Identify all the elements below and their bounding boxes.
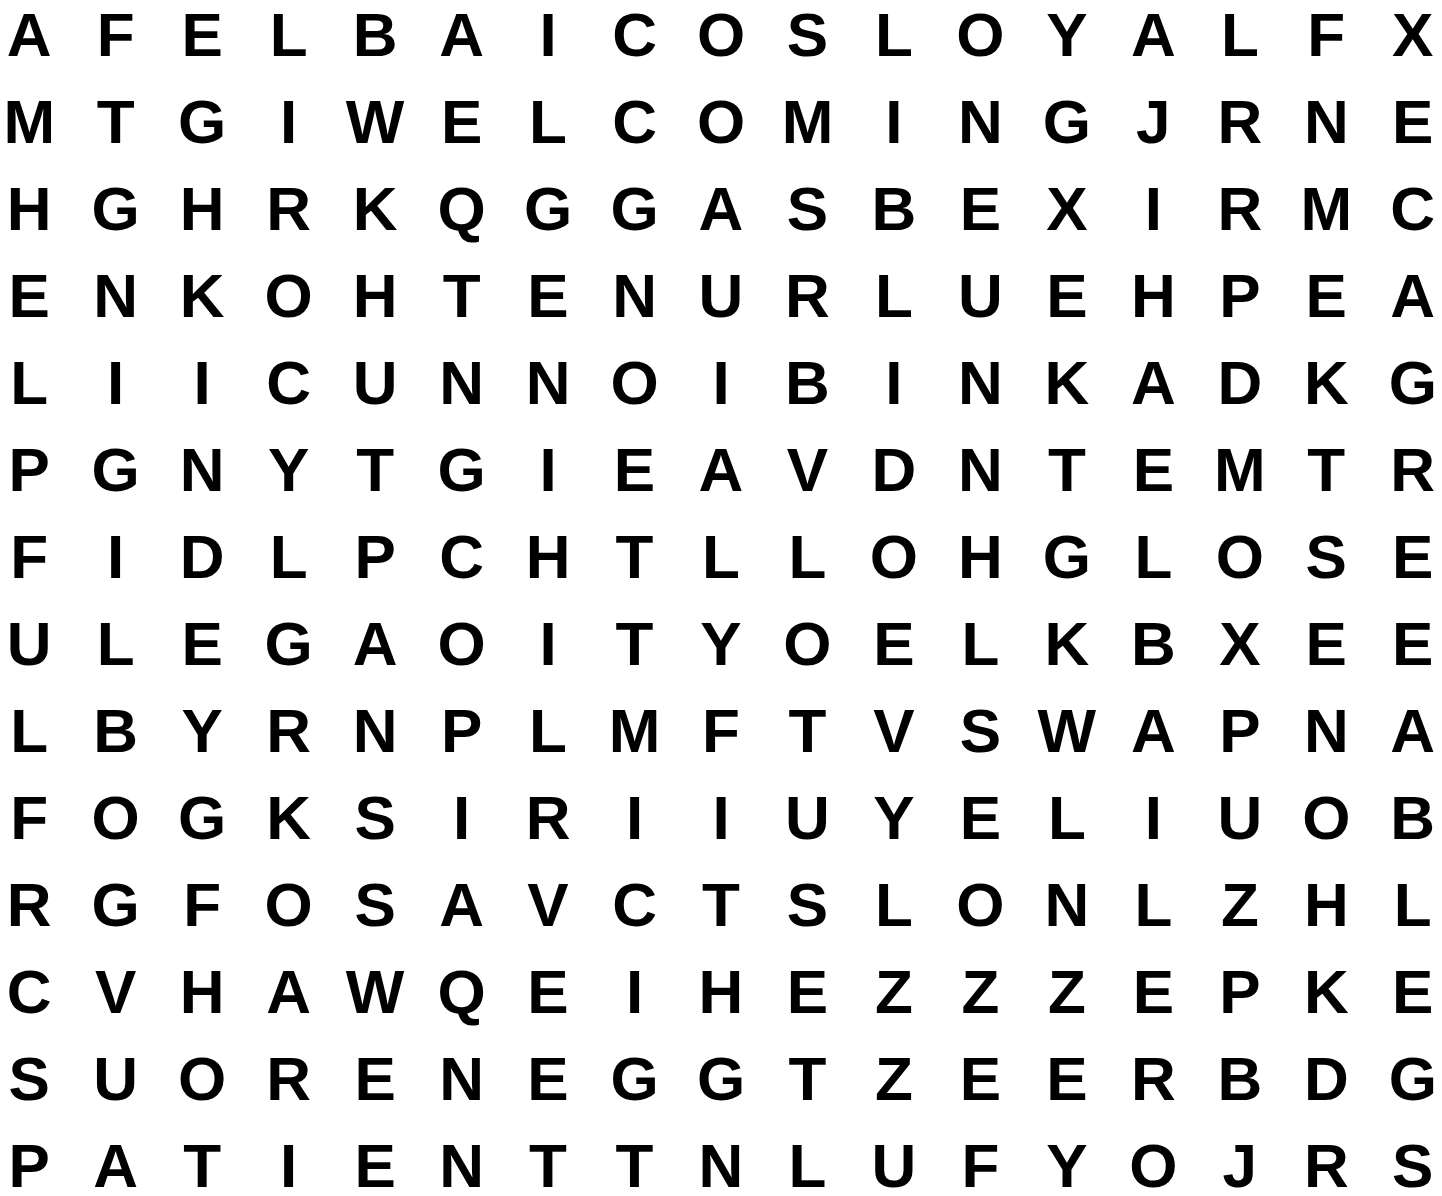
grid-cell-r5c6[interactable]: N bbox=[418, 339, 504, 426]
grid-cell-r1c1[interactable]: A bbox=[0, 0, 72, 78]
grid-cell-r14c15[interactable]: J bbox=[1197, 1122, 1283, 1196]
grid-cell-r7c5[interactable]: P bbox=[332, 513, 418, 600]
grid-cell-r1c16[interactable]: F bbox=[1283, 0, 1369, 78]
grid-cell-r6c4[interactable]: Y bbox=[245, 426, 331, 513]
grid-cell-r6c17[interactable]: R bbox=[1370, 426, 1442, 513]
grid-cell-r12c15[interactable]: P bbox=[1197, 948, 1283, 1035]
grid-cell-r9c17[interactable]: A bbox=[1370, 687, 1442, 774]
grid-cell-r9c14[interactable]: A bbox=[1110, 687, 1196, 774]
grid-cell-r4c7[interactable]: E bbox=[505, 252, 591, 339]
grid-cell-r6c8[interactable]: E bbox=[591, 426, 677, 513]
grid-cell-r2c12[interactable]: N bbox=[937, 78, 1023, 165]
grid-cell-r4c14[interactable]: H bbox=[1110, 252, 1196, 339]
grid-cell-r7c10[interactable]: L bbox=[764, 513, 850, 600]
grid-cell-r5c4[interactable]: C bbox=[245, 339, 331, 426]
grid-cell-r9c10[interactable]: T bbox=[764, 687, 850, 774]
grid-cell-r5c2[interactable]: I bbox=[72, 339, 158, 426]
grid-cell-r11c1[interactable]: R bbox=[0, 861, 72, 948]
grid-cell-r14c14[interactable]: O bbox=[1110, 1122, 1196, 1196]
grid-cell-r5c5[interactable]: U bbox=[332, 339, 418, 426]
grid-cell-r7c13[interactable]: G bbox=[1024, 513, 1110, 600]
grid-cell-r10c17[interactable]: B bbox=[1370, 774, 1442, 861]
grid-cell-r5c10[interactable]: B bbox=[764, 339, 850, 426]
grid-cell-r10c3[interactable]: G bbox=[159, 774, 245, 861]
grid-cell-r14c4[interactable]: I bbox=[245, 1122, 331, 1196]
grid-cell-r6c11[interactable]: D bbox=[851, 426, 937, 513]
grid-cell-r3c2[interactable]: G bbox=[72, 165, 158, 252]
grid-cell-r9c15[interactable]: P bbox=[1197, 687, 1283, 774]
grid-cell-r8c17[interactable]: E bbox=[1370, 600, 1442, 687]
grid-cell-r11c4[interactable]: O bbox=[245, 861, 331, 948]
grid-cell-r6c3[interactable]: N bbox=[159, 426, 245, 513]
grid-cell-r11c8[interactable]: C bbox=[591, 861, 677, 948]
grid-cell-r13c17[interactable]: G bbox=[1370, 1035, 1442, 1122]
grid-cell-r8c2[interactable]: L bbox=[72, 600, 158, 687]
grid-cell-r9c13[interactable]: W bbox=[1024, 687, 1110, 774]
grid-cell-r13c13[interactable]: E bbox=[1024, 1035, 1110, 1122]
grid-cell-r13c12[interactable]: E bbox=[937, 1035, 1023, 1122]
grid-cell-r4c1[interactable]: E bbox=[0, 252, 72, 339]
grid-cell-r3c14[interactable]: I bbox=[1110, 165, 1196, 252]
grid-cell-r2c3[interactable]: G bbox=[159, 78, 245, 165]
grid-cell-r3c6[interactable]: Q bbox=[418, 165, 504, 252]
grid-cell-r10c15[interactable]: U bbox=[1197, 774, 1283, 861]
grid-cell-r14c2[interactable]: A bbox=[72, 1122, 158, 1196]
grid-cell-r6c16[interactable]: T bbox=[1283, 426, 1369, 513]
grid-cell-r11c5[interactable]: S bbox=[332, 861, 418, 948]
grid-cell-r1c4[interactable]: L bbox=[245, 0, 331, 78]
grid-cell-r2c4[interactable]: I bbox=[245, 78, 331, 165]
grid-cell-r3c15[interactable]: R bbox=[1197, 165, 1283, 252]
grid-cell-r1c5[interactable]: B bbox=[332, 0, 418, 78]
grid-cell-r10c1[interactable]: F bbox=[0, 774, 72, 861]
grid-cell-r9c11[interactable]: V bbox=[851, 687, 937, 774]
grid-cell-r4c5[interactable]: H bbox=[332, 252, 418, 339]
grid-cell-r4c16[interactable]: E bbox=[1283, 252, 1369, 339]
grid-cell-r11c6[interactable]: A bbox=[418, 861, 504, 948]
grid-cell-r6c5[interactable]: T bbox=[332, 426, 418, 513]
grid-cell-r14c1[interactable]: P bbox=[0, 1122, 72, 1196]
grid-cell-r7c7[interactable]: H bbox=[505, 513, 591, 600]
grid-cell-r6c7[interactable]: I bbox=[505, 426, 591, 513]
grid-cell-r2c14[interactable]: J bbox=[1110, 78, 1196, 165]
grid-cell-r9c3[interactable]: Y bbox=[159, 687, 245, 774]
grid-cell-r8c13[interactable]: K bbox=[1024, 600, 1110, 687]
grid-cell-r9c4[interactable]: R bbox=[245, 687, 331, 774]
grid-cell-r1c13[interactable]: Y bbox=[1024, 0, 1110, 78]
grid-cell-r5c11[interactable]: I bbox=[851, 339, 937, 426]
grid-cell-r1c2[interactable]: F bbox=[72, 0, 158, 78]
grid-cell-r7c4[interactable]: L bbox=[245, 513, 331, 600]
grid-cell-r5c12[interactable]: N bbox=[937, 339, 1023, 426]
grid-cell-r8c3[interactable]: E bbox=[159, 600, 245, 687]
grid-cell-r13c8[interactable]: G bbox=[591, 1035, 677, 1122]
grid-cell-r4c8[interactable]: N bbox=[591, 252, 677, 339]
grid-cell-r1c10[interactable]: S bbox=[764, 0, 850, 78]
grid-cell-r12c17[interactable]: E bbox=[1370, 948, 1442, 1035]
grid-cell-r8c7[interactable]: I bbox=[505, 600, 591, 687]
grid-cell-r14c10[interactable]: L bbox=[764, 1122, 850, 1196]
grid-cell-r14c9[interactable]: N bbox=[678, 1122, 764, 1196]
grid-cell-r8c8[interactable]: T bbox=[591, 600, 677, 687]
grid-cell-r8c11[interactable]: E bbox=[851, 600, 937, 687]
grid-cell-r14c5[interactable]: E bbox=[332, 1122, 418, 1196]
grid-cell-r1c9[interactable]: O bbox=[678, 0, 764, 78]
grid-cell-r14c13[interactable]: Y bbox=[1024, 1122, 1110, 1196]
grid-cell-r10c6[interactable]: I bbox=[418, 774, 504, 861]
grid-cell-r8c12[interactable]: L bbox=[937, 600, 1023, 687]
grid-cell-r5c7[interactable]: N bbox=[505, 339, 591, 426]
grid-cell-r13c4[interactable]: R bbox=[245, 1035, 331, 1122]
grid-cell-r2c16[interactable]: N bbox=[1283, 78, 1369, 165]
grid-cell-r7c16[interactable]: S bbox=[1283, 513, 1369, 600]
grid-cell-r10c13[interactable]: L bbox=[1024, 774, 1110, 861]
grid-cell-r11c3[interactable]: F bbox=[159, 861, 245, 948]
grid-cell-r9c7[interactable]: L bbox=[505, 687, 591, 774]
grid-cell-r3c17[interactable]: C bbox=[1370, 165, 1442, 252]
grid-cell-r12c9[interactable]: H bbox=[678, 948, 764, 1035]
grid-cell-r13c6[interactable]: N bbox=[418, 1035, 504, 1122]
grid-cell-r7c1[interactable]: F bbox=[0, 513, 72, 600]
grid-cell-r8c16[interactable]: E bbox=[1283, 600, 1369, 687]
grid-cell-r8c4[interactable]: G bbox=[245, 600, 331, 687]
grid-cell-r13c3[interactable]: O bbox=[159, 1035, 245, 1122]
grid-cell-r10c9[interactable]: I bbox=[678, 774, 764, 861]
grid-cell-r2c15[interactable]: R bbox=[1197, 78, 1283, 165]
grid-cell-r11c11[interactable]: L bbox=[851, 861, 937, 948]
grid-cell-r9c1[interactable]: L bbox=[0, 687, 72, 774]
grid-cell-r7c17[interactable]: E bbox=[1370, 513, 1442, 600]
grid-cell-r5c8[interactable]: O bbox=[591, 339, 677, 426]
grid-cell-r8c6[interactable]: O bbox=[418, 600, 504, 687]
grid-cell-r14c7[interactable]: T bbox=[505, 1122, 591, 1196]
word-search-board: AFELBAICOSLOYALFXMTGIWELCOMINGJRNEHGHRKQ… bbox=[0, 0, 1442, 1196]
grid-cell-r13c10[interactable]: T bbox=[764, 1035, 850, 1122]
grid-cell-r11c9[interactable]: T bbox=[678, 861, 764, 948]
grid-cell-r9c9[interactable]: F bbox=[678, 687, 764, 774]
grid-cell-r4c9[interactable]: U bbox=[678, 252, 764, 339]
grid-cell-r3c8[interactable]: G bbox=[591, 165, 677, 252]
grid-cell-r14c12[interactable]: F bbox=[937, 1122, 1023, 1196]
grid-cell-r9c16[interactable]: N bbox=[1283, 687, 1369, 774]
grid-cell-r6c2[interactable]: G bbox=[72, 426, 158, 513]
grid-cell-r3c7[interactable]: G bbox=[505, 165, 591, 252]
grid-cell-r12c2[interactable]: V bbox=[72, 948, 158, 1035]
grid-cell-r14c3[interactable]: T bbox=[159, 1122, 245, 1196]
grid-cell-r10c5[interactable]: S bbox=[332, 774, 418, 861]
grid-cell-r13c9[interactable]: G bbox=[678, 1035, 764, 1122]
grid-cell-r3c13[interactable]: X bbox=[1024, 165, 1110, 252]
grid-cell-r12c3[interactable]: H bbox=[159, 948, 245, 1035]
grid-cell-r5c13[interactable]: K bbox=[1024, 339, 1110, 426]
grid-cell-r2c10[interactable]: M bbox=[764, 78, 850, 165]
grid-cell-r7c11[interactable]: O bbox=[851, 513, 937, 600]
grid-cell-r5c16[interactable]: K bbox=[1283, 339, 1369, 426]
grid-cell-r4c6[interactable]: T bbox=[418, 252, 504, 339]
grid-cell-r10c10[interactable]: U bbox=[764, 774, 850, 861]
grid-cell-r11c12[interactable]: O bbox=[937, 861, 1023, 948]
grid-cell-r12c6[interactable]: Q bbox=[418, 948, 504, 1035]
grid-cell-r5c9[interactable]: I bbox=[678, 339, 764, 426]
grid-cell-r8c5[interactable]: A bbox=[332, 600, 418, 687]
grid-cell-r2c17[interactable]: E bbox=[1370, 78, 1442, 165]
grid-cell-r7c14[interactable]: L bbox=[1110, 513, 1196, 600]
grid-cell-r3c9[interactable]: A bbox=[678, 165, 764, 252]
grid-cell-r4c12[interactable]: U bbox=[937, 252, 1023, 339]
grid-cell-r10c14[interactable]: I bbox=[1110, 774, 1196, 861]
grid-cell-r14c8[interactable]: T bbox=[591, 1122, 677, 1196]
grid-cell-r2c2[interactable]: T bbox=[72, 78, 158, 165]
grid-cell-r9c6[interactable]: P bbox=[418, 687, 504, 774]
grid-cell-r7c2[interactable]: I bbox=[72, 513, 158, 600]
grid-cell-r7c3[interactable]: D bbox=[159, 513, 245, 600]
grid-cell-r3c5[interactable]: K bbox=[332, 165, 418, 252]
grid-cell-r1c14[interactable]: A bbox=[1110, 0, 1196, 78]
grid-cell-r7c12[interactable]: H bbox=[937, 513, 1023, 600]
grid-cell-r14c16[interactable]: R bbox=[1283, 1122, 1369, 1196]
grid-cell-r12c7[interactable]: E bbox=[505, 948, 591, 1035]
grid-cell-r9c2[interactable]: B bbox=[72, 687, 158, 774]
grid-cell-r3c4[interactable]: R bbox=[245, 165, 331, 252]
grid-cell-r10c7[interactable]: R bbox=[505, 774, 591, 861]
grid-cell-r12c8[interactable]: I bbox=[591, 948, 677, 1035]
grid-cell-r1c12[interactable]: O bbox=[937, 0, 1023, 78]
grid-cell-r8c9[interactable]: Y bbox=[678, 600, 764, 687]
grid-cell-r8c15[interactable]: X bbox=[1197, 600, 1283, 687]
grid-cell-r1c17[interactable]: X bbox=[1370, 0, 1442, 78]
grid-cell-r2c8[interactable]: C bbox=[591, 78, 677, 165]
grid-cell-r6c6[interactable]: G bbox=[418, 426, 504, 513]
grid-cell-r3c10[interactable]: S bbox=[764, 165, 850, 252]
grid-cell-r10c16[interactable]: O bbox=[1283, 774, 1369, 861]
grid-cell-r9c12[interactable]: S bbox=[937, 687, 1023, 774]
grid-cell-r13c5[interactable]: E bbox=[332, 1035, 418, 1122]
grid-cell-r13c15[interactable]: B bbox=[1197, 1035, 1283, 1122]
grid-cell-r2c13[interactable]: G bbox=[1024, 78, 1110, 165]
grid-cell-r2c5[interactable]: W bbox=[332, 78, 418, 165]
grid-cell-r13c7[interactable]: E bbox=[505, 1035, 591, 1122]
grid-cell-r6c9[interactable]: A bbox=[678, 426, 764, 513]
grid-cell-r7c6[interactable]: C bbox=[418, 513, 504, 600]
grid-cell-r3c1[interactable]: H bbox=[0, 165, 72, 252]
grid-cell-r7c8[interactable]: T bbox=[591, 513, 677, 600]
grid-cell-r9c5[interactable]: N bbox=[332, 687, 418, 774]
grid-cell-r13c14[interactable]: R bbox=[1110, 1035, 1196, 1122]
grid-cell-r1c8[interactable]: C bbox=[591, 0, 677, 78]
grid-cell-r10c2[interactable]: O bbox=[72, 774, 158, 861]
grid-cell-r8c14[interactable]: B bbox=[1110, 600, 1196, 687]
grid-cell-r5c1[interactable]: L bbox=[0, 339, 72, 426]
grid-cell-r3c12[interactable]: E bbox=[937, 165, 1023, 252]
grid-cell-r11c7[interactable]: V bbox=[505, 861, 591, 948]
grid-cell-r12c5[interactable]: W bbox=[332, 948, 418, 1035]
grid-cell-r11c14[interactable]: L bbox=[1110, 861, 1196, 948]
grid-cell-r9c8[interactable]: M bbox=[591, 687, 677, 774]
grid-cell-r1c7[interactable]: I bbox=[505, 0, 591, 78]
grid-cell-r3c16[interactable]: M bbox=[1283, 165, 1369, 252]
grid-cell-r10c8[interactable]: I bbox=[591, 774, 677, 861]
grid-cell-r5c14[interactable]: A bbox=[1110, 339, 1196, 426]
grid-cell-r4c17[interactable]: A bbox=[1370, 252, 1442, 339]
grid-cell-r12c16[interactable]: K bbox=[1283, 948, 1369, 1035]
grid-cell-r5c15[interactable]: D bbox=[1197, 339, 1283, 426]
grid-cell-r4c13[interactable]: E bbox=[1024, 252, 1110, 339]
grid-cell-r7c9[interactable]: L bbox=[678, 513, 764, 600]
grid-cell-r13c11[interactable]: Z bbox=[851, 1035, 937, 1122]
grid-cell-r2c11[interactable]: I bbox=[851, 78, 937, 165]
grid-cell-r6c10[interactable]: V bbox=[764, 426, 850, 513]
grid-cell-r3c11[interactable]: B bbox=[851, 165, 937, 252]
grid-cell-r4c11[interactable]: L bbox=[851, 252, 937, 339]
grid-cell-r10c11[interactable]: Y bbox=[851, 774, 937, 861]
grid-cell-r2c1[interactable]: M bbox=[0, 78, 72, 165]
grid-cell-r14c11[interactable]: U bbox=[851, 1122, 937, 1196]
grid-cell-r12c13[interactable]: Z bbox=[1024, 948, 1110, 1035]
grid-cell-r14c6[interactable]: N bbox=[418, 1122, 504, 1196]
grid-cell-r4c4[interactable]: O bbox=[245, 252, 331, 339]
grid-cell-r11c17[interactable]: L bbox=[1370, 861, 1442, 948]
grid-cell-r2c6[interactable]: E bbox=[418, 78, 504, 165]
grid-cell-r14c17[interactable]: S bbox=[1370, 1122, 1442, 1196]
grid-cell-r12c1[interactable]: C bbox=[0, 948, 72, 1035]
grid-cell-r12c4[interactable]: A bbox=[245, 948, 331, 1035]
grid-cell-r11c16[interactable]: H bbox=[1283, 861, 1369, 948]
grid-cell-r12c10[interactable]: E bbox=[764, 948, 850, 1035]
grid-cell-r1c11[interactable]: L bbox=[851, 0, 937, 78]
grid-cell-r13c1[interactable]: S bbox=[0, 1035, 72, 1122]
grid-cell-r3c3[interactable]: H bbox=[159, 165, 245, 252]
grid-cell-r2c7[interactable]: L bbox=[505, 78, 591, 165]
grid-cell-r4c15[interactable]: P bbox=[1197, 252, 1283, 339]
grid-cell-r5c3[interactable]: I bbox=[159, 339, 245, 426]
grid-cell-r4c2[interactable]: N bbox=[72, 252, 158, 339]
grid-cell-r1c6[interactable]: A bbox=[418, 0, 504, 78]
grid-cell-r2c9[interactable]: O bbox=[678, 78, 764, 165]
grid-cell-r5c17[interactable]: G bbox=[1370, 339, 1442, 426]
grid-cell-r4c10[interactable]: R bbox=[764, 252, 850, 339]
grid-cell-r11c2[interactable]: G bbox=[72, 861, 158, 948]
grid-cell-r12c12[interactable]: Z bbox=[937, 948, 1023, 1035]
grid-cell-r10c12[interactable]: E bbox=[937, 774, 1023, 861]
grid-cell-r12c11[interactable]: Z bbox=[851, 948, 937, 1035]
grid-cell-r10c4[interactable]: K bbox=[245, 774, 331, 861]
grid-cell-r12c14[interactable]: E bbox=[1110, 948, 1196, 1035]
grid-cell-r4c3[interactable]: K bbox=[159, 252, 245, 339]
grid-cell-r6c15[interactable]: M bbox=[1197, 426, 1283, 513]
grid-cell-r11c13[interactable]: N bbox=[1024, 861, 1110, 948]
grid-cell-r11c15[interactable]: Z bbox=[1197, 861, 1283, 948]
grid-cell-r8c1[interactable]: U bbox=[0, 600, 72, 687]
grid-cell-r7c15[interactable]: O bbox=[1197, 513, 1283, 600]
grid-cell-r6c14[interactable]: E bbox=[1110, 426, 1196, 513]
grid-cell-r6c13[interactable]: T bbox=[1024, 426, 1110, 513]
grid-cell-r1c15[interactable]: L bbox=[1197, 0, 1283, 78]
letter-grid: AFELBAICOSLOYALFXMTGIWELCOMINGJRNEHGHRKQ… bbox=[0, 0, 1442, 1196]
grid-cell-r8c10[interactable]: O bbox=[764, 600, 850, 687]
grid-cell-r6c12[interactable]: N bbox=[937, 426, 1023, 513]
grid-cell-r6c1[interactable]: P bbox=[0, 426, 72, 513]
grid-cell-r13c16[interactable]: D bbox=[1283, 1035, 1369, 1122]
grid-cell-r11c10[interactable]: S bbox=[764, 861, 850, 948]
grid-cell-r13c2[interactable]: U bbox=[72, 1035, 158, 1122]
grid-cell-r1c3[interactable]: E bbox=[159, 0, 245, 78]
